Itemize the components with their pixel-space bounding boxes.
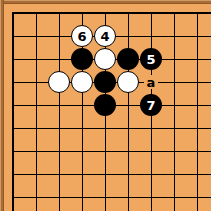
intersection [71,48,94,71]
intersection [25,209,48,212]
intersection [71,2,94,25]
move-number: 6 [77,30,86,43]
intersection [25,2,48,25]
intersection [48,94,71,117]
black-stone [94,71,116,93]
intersection [163,140,186,163]
black-stone: 5 [140,48,162,70]
intersection [163,186,186,209]
white-stone [117,71,139,93]
intersection [186,140,209,163]
intersection [140,117,163,140]
intersection [209,2,212,25]
intersection: 5 [140,48,163,71]
intersection [117,2,140,25]
intersection [163,94,186,117]
intersection [117,117,140,140]
intersection [209,186,212,209]
intersection [140,186,163,209]
intersection [163,48,186,71]
intersection [48,71,71,94]
intersection [163,209,186,212]
intersection [209,163,212,186]
black-stone: 7 [140,94,162,116]
intersection [48,209,71,212]
intersection [71,186,94,209]
intersection [48,2,71,25]
intersection [2,71,25,94]
intersection [117,163,140,186]
board-frame-top-edge [0,0,211,4]
intersection [25,117,48,140]
move-number: 5 [146,53,155,66]
intersection [48,186,71,209]
intersection [2,25,25,48]
intersection [163,117,186,140]
white-stone [48,71,70,93]
move-number: 4 [100,30,109,43]
intersection: a [140,71,163,94]
intersection [186,25,209,48]
intersection [209,209,212,212]
intersection [94,2,117,25]
intersection [48,140,71,163]
intersection [2,94,25,117]
intersection [48,25,71,48]
intersection [25,186,48,209]
intersection [163,163,186,186]
intersection [209,117,212,140]
intersection [25,25,48,48]
intersection: 7 [140,94,163,117]
intersection [209,25,212,48]
intersection [2,117,25,140]
intersection [94,48,117,71]
intersection [117,25,140,48]
intersection [2,209,25,212]
intersection [71,94,94,117]
intersection [186,2,209,25]
black-stone [71,48,93,70]
white-stone: 4 [94,25,116,47]
intersection [163,25,186,48]
intersection [140,140,163,163]
intersection [94,163,117,186]
intersection [94,186,117,209]
intersection [25,48,48,71]
intersection [71,71,94,94]
intersection [2,2,25,25]
move-number: 7 [146,99,155,112]
intersection [117,209,140,212]
point-label-a: a [144,75,158,89]
intersection [48,48,71,71]
intersection [94,209,117,212]
intersection [2,48,25,71]
intersection: 4 [94,25,117,48]
intersection [25,140,48,163]
black-stone [94,94,116,116]
intersection [186,186,209,209]
board-frame-left-edge [0,0,4,211]
white-stone [71,71,93,93]
intersection [48,117,71,140]
intersection [94,94,117,117]
intersection [186,48,209,71]
intersection [163,2,186,25]
intersection [209,94,212,117]
intersection [140,163,163,186]
intersection [25,71,48,94]
intersection [186,209,209,212]
intersection [117,140,140,163]
intersection [186,117,209,140]
intersection [209,71,212,94]
intersection [117,94,140,117]
intersection [71,209,94,212]
intersection [140,2,163,25]
intersection [71,140,94,163]
intersection [2,186,25,209]
intersection [140,209,163,212]
intersection [94,117,117,140]
intersection [117,71,140,94]
intersection [140,25,163,48]
intersection [186,71,209,94]
intersection [186,94,209,117]
intersection [25,163,48,186]
intersection [209,140,212,163]
go-board-grid: 645a7 [2,2,212,212]
intersection [94,140,117,163]
intersection [186,163,209,186]
go-board-diagram: 645a7 [0,0,211,211]
white-stone [94,48,116,70]
intersection [163,71,186,94]
intersection [2,140,25,163]
intersection [94,71,117,94]
black-stone [117,48,139,70]
intersection [117,48,140,71]
intersection [209,48,212,71]
intersection [71,163,94,186]
intersection: 6 [71,25,94,48]
intersection [25,94,48,117]
intersection [117,186,140,209]
intersection [2,163,25,186]
white-stone: 6 [71,25,93,47]
intersection [71,117,94,140]
intersection [48,163,71,186]
